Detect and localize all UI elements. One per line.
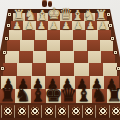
square-h5[interactable] bbox=[5, 51, 19, 63]
square-b5[interactable] bbox=[88, 51, 102, 63]
square-b4[interactable] bbox=[87, 40, 100, 51]
board-row bbox=[7, 40, 113, 51]
frame-ornament-ring-icon bbox=[109, 105, 121, 118]
piece-white-pawn[interactable]: ♟ bbox=[13, 21, 22, 31]
piece-white-pawn[interactable]: ♟ bbox=[98, 21, 107, 31]
piece-white-pawn[interactable]: ♟ bbox=[86, 21, 95, 31]
ring-icon bbox=[17, 107, 26, 116]
frame-ornament-ring-icon bbox=[28, 105, 42, 118]
frame-side-ring-icon bbox=[7, 12, 12, 17]
piece-black-queen[interactable]: ♛ bbox=[60, 85, 77, 104]
ring-icon bbox=[71, 107, 80, 116]
ring-icon bbox=[85, 107, 94, 116]
piece-white-pawn[interactable]: ♟ bbox=[74, 21, 83, 31]
square-d2[interactable]: ♟ bbox=[60, 21, 72, 30]
piece-black-rook[interactable]: ♜ bbox=[106, 86, 120, 104]
square-c2[interactable]: ♟ bbox=[72, 21, 84, 30]
frame-side-ring-icon bbox=[2, 50, 7, 55]
frame-side-ring-icon bbox=[106, 12, 111, 17]
square-e8[interactable]: ♚ bbox=[46, 89, 61, 103]
piece-black-knight[interactable]: ♞ bbox=[91, 86, 107, 104]
square-e6[interactable] bbox=[46, 63, 60, 76]
square-e2[interactable]: ♟ bbox=[48, 21, 60, 30]
frame-side-ring-icon bbox=[6, 23, 11, 28]
board-row bbox=[9, 30, 111, 40]
square-d3[interactable] bbox=[60, 30, 73, 40]
frame-ornament-ring-icon bbox=[55, 105, 69, 118]
square-h8[interactable]: ♜ bbox=[0, 89, 15, 103]
ring-icon bbox=[4, 107, 13, 116]
square-f5[interactable] bbox=[33, 51, 47, 63]
piece-black-rook[interactable]: ♜ bbox=[0, 86, 16, 104]
ring-icon bbox=[58, 107, 67, 116]
square-d5[interactable] bbox=[60, 51, 74, 63]
square-h2[interactable]: ♟ bbox=[11, 21, 23, 30]
frame-ornament-ring-icon bbox=[41, 105, 55, 118]
ring-icon bbox=[112, 107, 121, 116]
frame-ornament-ring-icon bbox=[14, 105, 28, 118]
piece-white-pawn[interactable]: ♟ bbox=[49, 21, 58, 31]
frame-side-ring-icon bbox=[4, 36, 9, 41]
board-row: ♜♞♝♚♛♝♞♜ bbox=[0, 89, 120, 103]
square-a8[interactable]: ♜ bbox=[107, 89, 120, 103]
piece-white-pawn[interactable]: ♟ bbox=[62, 21, 71, 31]
piece-white-pawn[interactable]: ♟ bbox=[37, 21, 46, 31]
frame-bottom-ornaments bbox=[0, 105, 120, 119]
frame-side-ring-icon bbox=[116, 66, 120, 71]
square-c6[interactable] bbox=[74, 63, 88, 76]
square-d4[interactable] bbox=[60, 40, 73, 51]
square-g2[interactable]: ♟ bbox=[23, 21, 35, 30]
square-g3[interactable] bbox=[22, 30, 35, 40]
square-h6[interactable] bbox=[3, 63, 17, 76]
square-f3[interactable] bbox=[35, 30, 48, 40]
square-f4[interactable] bbox=[34, 40, 47, 51]
square-d6[interactable] bbox=[60, 63, 74, 76]
board-row bbox=[3, 63, 117, 76]
chess-set-photo: ♜♞♝♚♛♝♞♜♟♟♟♟♟♟♟♟♟♟♟♟♟♟♟♟♜♞♝♚♛♝♞♜ bbox=[0, 0, 120, 120]
ring-icon bbox=[98, 107, 107, 116]
square-g6[interactable] bbox=[17, 63, 31, 76]
square-g5[interactable] bbox=[19, 51, 33, 63]
square-h3[interactable] bbox=[9, 30, 22, 40]
square-c8[interactable]: ♝ bbox=[76, 89, 91, 103]
square-g4[interactable] bbox=[20, 40, 33, 51]
square-c5[interactable] bbox=[74, 51, 88, 63]
square-e4[interactable] bbox=[47, 40, 60, 51]
square-e5[interactable] bbox=[46, 51, 60, 63]
frame-side-ring-icon bbox=[108, 23, 113, 28]
square-b3[interactable] bbox=[86, 30, 99, 40]
frame-side-ring-icon bbox=[0, 66, 5, 71]
square-a4[interactable] bbox=[100, 40, 113, 51]
square-g8[interactable]: ♞ bbox=[15, 89, 30, 103]
frame-ornament-ring-icon bbox=[82, 105, 96, 118]
piece-black-bishop[interactable]: ♝ bbox=[76, 86, 92, 104]
square-f2[interactable]: ♟ bbox=[36, 21, 48, 30]
piece-white-pawn[interactable]: ♟ bbox=[25, 21, 34, 31]
frame-side-ring-icon bbox=[113, 50, 118, 55]
frame-side-ring-icon bbox=[110, 36, 115, 41]
square-f6[interactable] bbox=[32, 63, 46, 76]
ring-icon bbox=[31, 107, 40, 116]
square-b2[interactable]: ♟ bbox=[85, 21, 97, 30]
frame-ornament-ring-icon bbox=[95, 105, 109, 118]
square-c4[interactable] bbox=[73, 40, 86, 51]
square-a6[interactable] bbox=[103, 63, 117, 76]
square-b6[interactable] bbox=[89, 63, 103, 76]
square-b8[interactable]: ♞ bbox=[92, 89, 107, 103]
square-e3[interactable] bbox=[47, 30, 60, 40]
square-h4[interactable] bbox=[7, 40, 20, 51]
square-d8[interactable]: ♛ bbox=[61, 89, 76, 103]
frame-ornament-ring-icon bbox=[1, 105, 15, 118]
frame-ornament-ring-icon bbox=[68, 105, 82, 118]
piece-black-knight[interactable]: ♞ bbox=[15, 86, 31, 104]
board-row bbox=[5, 51, 115, 63]
square-c3[interactable] bbox=[73, 30, 86, 40]
chess-board: ♜♞♝♚♛♝♞♜♟♟♟♟♟♟♟♟♟♟♟♟♟♟♟♟♜♞♝♚♛♝♞♜ bbox=[0, 13, 120, 103]
ring-icon bbox=[44, 107, 53, 116]
